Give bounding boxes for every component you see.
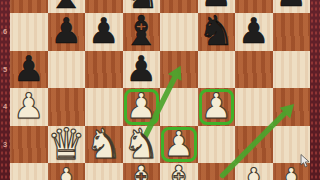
black-pawn-b6[interactable]: ♟ (48, 13, 86, 51)
black-pawn-c6[interactable]: ♟ (85, 13, 123, 51)
black-pawn-a5[interactable]: ♟ (10, 51, 48, 89)
square-e6[interactable] (160, 13, 198, 51)
square-f4[interactable]: ♟ (198, 88, 236, 126)
square-g3[interactable] (235, 126, 273, 164)
square-f5[interactable] (198, 51, 236, 89)
white-pawn-g2[interactable]: ♟ (235, 163, 273, 180)
square-a4[interactable]: ♟ (10, 88, 48, 126)
square-b5[interactable] (48, 51, 86, 89)
black-bishop-d6[interactable]: ♝ (123, 13, 161, 51)
square-e2[interactable]: ♝ (160, 163, 198, 180)
square-c3[interactable]: ♞ (85, 126, 123, 164)
square-f2[interactable] (198, 163, 236, 180)
white-pawn-a4[interactable]: ♟ (10, 88, 48, 126)
square-b3[interactable]: ♛ (48, 126, 86, 164)
white-queen-b3[interactable]: ♛ (48, 126, 86, 164)
square-a2[interactable] (10, 163, 48, 180)
square-g5[interactable] (235, 51, 273, 89)
black-pawn-h7[interactable]: ♟ (273, 0, 311, 13)
black-knight-f6[interactable]: ♞ (198, 13, 236, 51)
black-pawn-g6[interactable]: ♟ (235, 13, 273, 51)
square-f6[interactable]: ♞ (198, 13, 236, 51)
square-d5[interactable]: ♟ (123, 51, 161, 89)
square-h2[interactable]: ♟ (273, 163, 311, 180)
video-frame: ♝♞♟♟♟♟♝♞♟♟♟♟♟♟♛♞♞♟♟♝♝♟♟ 6543 (0, 0, 320, 180)
square-h6[interactable] (273, 13, 311, 51)
board-rail-right (310, 0, 320, 180)
chess-board[interactable]: ♝♞♟♟♟♟♝♞♟♟♟♟♟♟♛♞♞♟♟♝♝♟♟ (10, 0, 310, 180)
square-g2[interactable]: ♟ (235, 163, 273, 180)
white-pawn-b2[interactable]: ♟ (48, 163, 86, 180)
square-f3[interactable] (198, 126, 236, 164)
black-pawn-d5[interactable]: ♟ (123, 51, 161, 89)
square-e4[interactable] (160, 88, 198, 126)
square-a3[interactable] (10, 126, 48, 164)
white-bishop-d2[interactable]: ♝ (123, 163, 161, 180)
square-a7[interactable] (10, 0, 48, 13)
square-h5[interactable] (273, 51, 311, 89)
white-pawn-h2[interactable]: ♟ (273, 163, 311, 180)
square-e7[interactable] (160, 0, 198, 13)
square-c5[interactable] (85, 51, 123, 89)
white-pawn-f4[interactable]: ♟ (198, 88, 236, 126)
rank-label-3: 3 (1, 140, 9, 149)
white-bishop-e2[interactable]: ♝ (160, 163, 198, 180)
square-h4[interactable] (273, 88, 311, 126)
square-b6[interactable]: ♟ (48, 13, 86, 51)
square-e5[interactable] (160, 51, 198, 89)
rank-label-5: 5 (1, 65, 9, 74)
square-d2[interactable]: ♝ (123, 163, 161, 180)
square-b2[interactable]: ♟ (48, 163, 86, 180)
square-h7[interactable]: ♟ (273, 0, 311, 13)
square-g4[interactable] (235, 88, 273, 126)
square-d6[interactable]: ♝ (123, 13, 161, 51)
white-knight-c3[interactable]: ♞ (85, 126, 123, 164)
square-g6[interactable]: ♟ (235, 13, 273, 51)
rank-label-4: 4 (1, 102, 9, 111)
square-a5[interactable]: ♟ (10, 51, 48, 89)
square-c6[interactable]: ♟ (85, 13, 123, 51)
rank-label-6: 6 (1, 27, 9, 36)
square-a6[interactable] (10, 13, 48, 51)
square-h3[interactable] (273, 126, 311, 164)
